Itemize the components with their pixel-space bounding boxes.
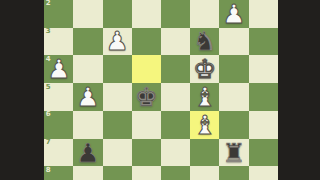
square-a8[interactable] (249, 166, 278, 180)
square-c5[interactable]: ♝ (190, 83, 219, 111)
square-h8[interactable]: 8 (44, 166, 73, 180)
square-b3[interactable] (219, 28, 248, 56)
rank-label-6: 6 (46, 111, 51, 118)
chess-board[interactable]: 2♟3♟♞4♟♚5♟♚♝6♝7♟♜8 (44, 0, 278, 180)
rank-label-3: 3 (46, 28, 51, 35)
square-c8[interactable] (190, 166, 219, 180)
square-b2[interactable]: ♟ (219, 0, 248, 28)
square-h3[interactable]: 3 (44, 28, 73, 56)
square-c4[interactable]: ♚ (190, 55, 219, 83)
square-e7[interactable] (132, 139, 161, 167)
square-g6[interactable] (73, 111, 102, 139)
square-a3[interactable] (249, 28, 278, 56)
square-e2[interactable] (132, 0, 161, 28)
square-b5[interactable] (219, 83, 248, 111)
square-a5[interactable] (249, 83, 278, 111)
square-e6[interactable] (132, 111, 161, 139)
square-a2[interactable] (249, 0, 278, 28)
square-h5[interactable]: 5 (44, 83, 73, 111)
rank-label-5: 5 (46, 84, 51, 91)
black-knight[interactable]: ♞ (193, 28, 216, 54)
white-pawn[interactable]: ♟ (106, 28, 129, 54)
white-bishop[interactable]: ♝ (193, 111, 216, 137)
square-f8[interactable] (103, 166, 132, 180)
square-f3[interactable]: ♟ (103, 28, 132, 56)
square-d4[interactable] (161, 55, 190, 83)
video-frame: 2♟3♟♞4♟♚5♟♚♝6♝7♟♜8 (0, 0, 320, 180)
white-pawn[interactable]: ♟ (76, 83, 99, 109)
square-h4[interactable]: 4♟ (44, 55, 73, 83)
square-g3[interactable] (73, 28, 102, 56)
square-d8[interactable] (161, 166, 190, 180)
square-d3[interactable] (161, 28, 190, 56)
square-c3[interactable]: ♞ (190, 28, 219, 56)
rank-label-2: 2 (46, 0, 51, 7)
square-c7[interactable] (190, 139, 219, 167)
square-h2[interactable]: 2 (44, 0, 73, 28)
square-d6[interactable] (161, 111, 190, 139)
square-h7[interactable]: 7 (44, 139, 73, 167)
square-e8[interactable] (132, 166, 161, 180)
white-pawn[interactable]: ♟ (222, 0, 245, 26)
square-f7[interactable] (103, 139, 132, 167)
square-b6[interactable] (219, 111, 248, 139)
square-f5[interactable] (103, 83, 132, 111)
rank-label-7: 7 (46, 139, 51, 146)
black-king[interactable]: ♚ (135, 83, 158, 109)
square-g8[interactable] (73, 166, 102, 180)
square-e3[interactable] (132, 28, 161, 56)
square-f6[interactable] (103, 111, 132, 139)
square-d5[interactable] (161, 83, 190, 111)
black-rook[interactable]: ♜ (222, 139, 245, 165)
square-g5[interactable]: ♟ (73, 83, 102, 111)
square-g2[interactable] (73, 0, 102, 28)
square-b8[interactable] (219, 166, 248, 180)
square-e5[interactable]: ♚ (132, 83, 161, 111)
black-pawn[interactable]: ♟ (76, 139, 99, 165)
square-g4[interactable] (73, 55, 102, 83)
white-pawn[interactable]: ♟ (47, 56, 70, 82)
square-h6[interactable]: 6 (44, 111, 73, 139)
rank-label-8: 8 (46, 167, 51, 174)
square-f2[interactable] (103, 0, 132, 28)
square-b4[interactable] (219, 55, 248, 83)
square-e4[interactable] (132, 55, 161, 83)
square-c6[interactable]: ♝ (190, 111, 219, 139)
square-d2[interactable] (161, 0, 190, 28)
square-a7[interactable] (249, 139, 278, 167)
square-a6[interactable] (249, 111, 278, 139)
square-a4[interactable] (249, 55, 278, 83)
square-d7[interactable] (161, 139, 190, 167)
square-c2[interactable] (190, 0, 219, 28)
white-king[interactable]: ♚ (193, 56, 216, 82)
square-b7[interactable]: ♜ (219, 139, 248, 167)
white-bishop[interactable]: ♝ (193, 83, 216, 109)
square-f4[interactable] (103, 55, 132, 83)
square-g7[interactable]: ♟ (73, 139, 102, 167)
